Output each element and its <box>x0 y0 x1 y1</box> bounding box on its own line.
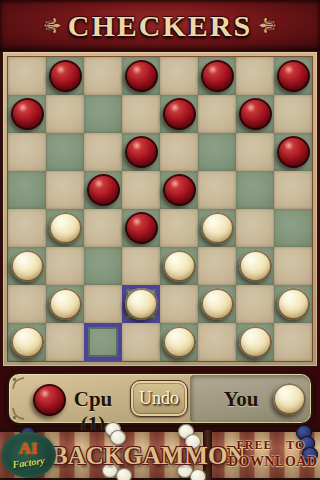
red-checker-piece[interactable] <box>125 136 158 168</box>
red-checker-piece[interactable] <box>239 98 272 130</box>
square-r5c0[interactable] <box>8 247 46 285</box>
cream-checker-piece[interactable] <box>163 326 196 358</box>
square-r2c5[interactable] <box>198 133 236 171</box>
board-area <box>0 51 320 367</box>
red-checker-piece[interactable] <box>49 60 82 92</box>
square-r0c2[interactable] <box>84 57 122 95</box>
red-checker-piece[interactable] <box>87 174 120 206</box>
cream-checker-piece[interactable] <box>11 326 44 358</box>
square-r3c2[interactable] <box>84 171 122 209</box>
app-screen: ⚜ CHECKERS ⚜ Cpu (1) Undo You AI Factory… <box>0 0 320 480</box>
square-r5c1[interactable] <box>46 247 84 285</box>
cream-checker-piece[interactable] <box>11 250 44 282</box>
cream-checker-piece[interactable] <box>277 288 310 320</box>
square-r2c2[interactable] <box>84 133 122 171</box>
square-r1c0[interactable] <box>8 95 46 133</box>
square-r2c4[interactable] <box>160 133 198 171</box>
board <box>8 57 312 361</box>
cream-checker-piece[interactable] <box>239 250 272 282</box>
square-r0c1[interactable] <box>46 57 84 95</box>
square-r2c0[interactable] <box>8 133 46 171</box>
square-r7c4[interactable] <box>160 323 198 361</box>
you-label: You <box>209 387 273 412</box>
ad-cta-line1: FREE TO <box>228 438 314 453</box>
status-bar: Cpu (1) Undo You <box>7 372 313 425</box>
square-r1c7[interactable] <box>274 95 312 133</box>
square-r6c6[interactable] <box>236 285 274 323</box>
ad-cta-line2: DOWNLOAD <box>228 454 314 470</box>
square-r4c3[interactable] <box>122 209 160 247</box>
red-checker-piece[interactable] <box>163 174 196 206</box>
cream-checker-piece[interactable] <box>201 212 234 244</box>
square-r6c7[interactable] <box>274 285 312 323</box>
square-r0c0[interactable] <box>8 57 46 95</box>
square-r1c3[interactable] <box>122 95 160 133</box>
square-r6c1[interactable] <box>46 285 84 323</box>
square-r5c3[interactable] <box>122 247 160 285</box>
white-backgammon-checker-icon <box>116 468 132 480</box>
square-r7c7[interactable] <box>274 323 312 361</box>
cream-checker-piece[interactable] <box>163 250 196 282</box>
square-r3c6[interactable] <box>236 171 274 209</box>
red-checker-piece[interactable] <box>201 60 234 92</box>
square-r3c1[interactable] <box>46 171 84 209</box>
corner-flourish-icon <box>11 376 26 391</box>
cream-checker-piece[interactable] <box>125 288 158 320</box>
square-r0c3[interactable] <box>122 57 160 95</box>
ad-cta: FREE TO DOWNLOAD <box>228 438 314 470</box>
square-r6c3[interactable] <box>122 285 160 323</box>
ad-title: BACKGAMMON <box>51 443 235 468</box>
ai-factory-logo: AI Factory <box>1 432 56 478</box>
red-checker-piece[interactable] <box>125 60 158 92</box>
undo-button[interactable]: Undo <box>130 380 188 417</box>
square-r1c4[interactable] <box>160 95 198 133</box>
cream-checker-piece[interactable] <box>49 212 82 244</box>
corner-flourish-icon <box>11 406 26 421</box>
red-checker-piece[interactable] <box>125 212 158 244</box>
square-r4c6[interactable] <box>236 209 274 247</box>
square-r5c4[interactable] <box>160 247 198 285</box>
fleur-ornament-left-icon: ⚜ <box>40 15 63 36</box>
red-checker-piece[interactable] <box>277 136 310 168</box>
square-r3c3[interactable] <box>122 171 160 209</box>
square-r0c4[interactable] <box>160 57 198 95</box>
square-r4c5[interactable] <box>198 209 236 247</box>
you-piece-icon <box>273 383 306 415</box>
square-r5c6[interactable] <box>236 247 274 285</box>
square-r1c2[interactable] <box>84 95 122 133</box>
square-r7c6[interactable] <box>236 323 274 361</box>
square-r0c5[interactable] <box>198 57 236 95</box>
square-r3c7[interactable] <box>274 171 312 209</box>
cream-checker-piece[interactable] <box>201 288 234 320</box>
square-r4c2[interactable] <box>84 209 122 247</box>
red-checker-piece[interactable] <box>277 60 310 92</box>
square-r3c5[interactable] <box>198 171 236 209</box>
title-banner: ⚜ CHECKERS ⚜ <box>0 0 320 51</box>
square-r3c4[interactable] <box>160 171 198 209</box>
red-checker-piece[interactable] <box>11 98 44 130</box>
square-r5c2[interactable] <box>84 247 122 285</box>
square-r1c5[interactable] <box>198 95 236 133</box>
app-title: CHECKERS <box>68 9 252 43</box>
square-r2c3[interactable] <box>122 133 160 171</box>
square-r4c0[interactable] <box>8 209 46 247</box>
square-r5c5[interactable] <box>198 247 236 285</box>
red-checker-piece[interactable] <box>163 98 196 130</box>
cream-checker-piece[interactable] <box>239 326 272 358</box>
square-r7c2[interactable] <box>84 323 122 361</box>
square-r7c0[interactable] <box>8 323 46 361</box>
square-r6c5[interactable] <box>198 285 236 323</box>
square-r4c7[interactable] <box>274 209 312 247</box>
square-r6c4[interactable] <box>160 285 198 323</box>
square-r1c6[interactable] <box>236 95 274 133</box>
square-r7c5[interactable] <box>198 323 236 361</box>
square-r0c6[interactable] <box>236 57 274 95</box>
square-r2c1[interactable] <box>46 133 84 171</box>
cream-checker-piece[interactable] <box>49 288 82 320</box>
square-r1c1[interactable] <box>46 95 84 133</box>
board-frame <box>3 52 317 366</box>
square-r7c3[interactable] <box>122 323 160 361</box>
white-backgammon-checker-icon <box>190 469 206 480</box>
square-r3c0[interactable] <box>8 171 46 209</box>
square-r4c1[interactable] <box>46 209 84 247</box>
square-r0c7[interactable] <box>274 57 312 95</box>
square-r2c6[interactable] <box>236 133 274 171</box>
square-r7c1[interactable] <box>46 323 84 361</box>
square-r2c7[interactable] <box>274 133 312 171</box>
square-r6c0[interactable] <box>8 285 46 323</box>
fleur-ornament-right-icon: ⚜ <box>257 15 280 36</box>
square-r5c7[interactable] <box>274 247 312 285</box>
square-r6c2[interactable] <box>84 285 122 323</box>
square-r4c4[interactable] <box>160 209 198 247</box>
